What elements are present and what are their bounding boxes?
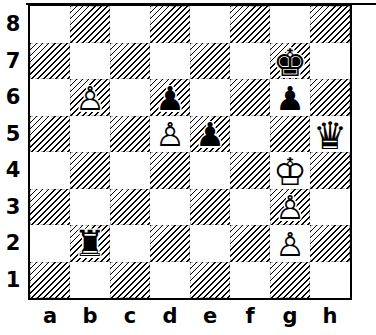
square-h5: ♛ (310, 116, 350, 153)
rank-label-7: 7 (0, 43, 26, 80)
square-b1 (70, 262, 110, 299)
square-f4 (230, 152, 270, 189)
file-label-b: b (70, 301, 110, 331)
black-queen-h5: ♛ (310, 116, 350, 153)
square-g6: ♟ (270, 79, 310, 116)
square-e8 (190, 6, 230, 43)
square-f3 (230, 189, 270, 226)
square-h7 (310, 43, 350, 80)
white-pawn-g2: ♟♙ (270, 225, 310, 262)
square-g1 (270, 262, 310, 299)
black-piece-glyph: ♚ (273, 44, 307, 82)
square-h3 (310, 189, 350, 226)
black-piece-glyph: ♟ (195, 118, 225, 151)
square-d7 (150, 43, 190, 80)
rank-label-2: 2 (0, 225, 26, 262)
file-label-h: h (310, 301, 350, 331)
black-pawn-e5: ♟ (190, 116, 230, 153)
square-g8 (270, 6, 310, 43)
square-f6 (230, 79, 270, 116)
rank-labels: 8 7 6 5 4 3 2 1 (0, 6, 26, 298)
white-pawn-g3: ♟♙ (270, 189, 310, 226)
square-d2 (150, 225, 190, 262)
square-c7 (110, 43, 150, 80)
square-f1 (230, 262, 270, 299)
square-b7 (70, 43, 110, 80)
chess-board: ♚♟♙♟♟♟♙♟♛♚♔♟♙♜♟♙ (28, 4, 352, 300)
file-label-a: a (30, 301, 70, 331)
square-h2 (310, 225, 350, 262)
file-label-e: e (190, 301, 230, 331)
white-pawn-b6: ♟♙ (70, 79, 110, 116)
black-pawn-d6: ♟ (150, 79, 190, 116)
square-g2: ♟♙ (270, 225, 310, 262)
square-b8 (70, 6, 110, 43)
white-piece-fill-glyph: ♟ (155, 118, 185, 151)
square-e1 (190, 262, 230, 299)
black-piece-glyph: ♟ (275, 82, 305, 115)
black-pawn-g6: ♟ (270, 79, 310, 116)
white-piece-outline-glyph: ♙ (75, 82, 105, 115)
square-d3 (150, 189, 190, 226)
square-a2 (30, 225, 70, 262)
white-piece-fill-glyph: ♟ (75, 82, 105, 115)
square-e2 (190, 225, 230, 262)
square-a5 (30, 116, 70, 153)
black-king-g7: ♚ (270, 43, 310, 80)
square-d6: ♟ (150, 79, 190, 116)
square-d1 (150, 262, 190, 299)
file-label-c: c (110, 301, 150, 331)
square-b6: ♟♙ (70, 79, 110, 116)
white-piece-outline-glyph: ♔ (273, 153, 307, 191)
square-b2: ♜ (70, 225, 110, 262)
rank-label-5: 5 (0, 116, 26, 153)
square-a4 (30, 152, 70, 189)
white-piece-fill-glyph: ♚ (273, 153, 307, 191)
square-e5: ♟ (190, 116, 230, 153)
square-b3 (70, 189, 110, 226)
black-piece-glyph: ♛ (313, 117, 347, 155)
square-c1 (110, 262, 150, 299)
white-piece-outline-glyph: ♙ (275, 191, 305, 224)
square-a6 (30, 79, 70, 116)
black-piece-glyph: ♟ (155, 82, 185, 115)
square-e6 (190, 79, 230, 116)
square-c3 (110, 189, 150, 226)
square-g3: ♟♙ (270, 189, 310, 226)
file-labels: a b c d e f g h (30, 301, 350, 331)
square-g7: ♚ (270, 43, 310, 80)
rank-label-3: 3 (0, 189, 26, 226)
square-c4 (110, 152, 150, 189)
rank-label-8: 8 (0, 6, 26, 43)
square-c8 (110, 6, 150, 43)
square-f5 (230, 116, 270, 153)
square-h4 (310, 152, 350, 189)
file-label-g: g (270, 301, 310, 331)
square-f2 (230, 225, 270, 262)
square-a8 (30, 6, 70, 43)
square-g5 (270, 116, 310, 153)
square-e3 (190, 189, 230, 226)
square-f7 (230, 43, 270, 80)
white-king-g4: ♚♔ (270, 152, 310, 189)
white-piece-outline-glyph: ♙ (275, 228, 305, 261)
file-label-f: f (230, 301, 270, 331)
square-b5 (70, 116, 110, 153)
white-piece-outline-glyph: ♙ (155, 118, 185, 151)
square-d4 (150, 152, 190, 189)
square-c5 (110, 116, 150, 153)
chess-diagram: 8 7 6 5 4 3 2 1 ♚♟♙♟♟♟♙♟♛♚♔♟♙♜♟♙ a b c d… (0, 0, 376, 335)
square-d5: ♟♙ (150, 116, 190, 153)
square-a1 (30, 262, 70, 299)
rank-label-4: 4 (0, 152, 26, 189)
square-b4 (70, 152, 110, 189)
white-piece-fill-glyph: ♟ (275, 191, 305, 224)
file-label-d: d (150, 301, 190, 331)
square-h1 (310, 262, 350, 299)
white-pawn-d5: ♟♙ (150, 116, 190, 153)
square-g4: ♚♔ (270, 152, 310, 189)
square-h8 (310, 6, 350, 43)
square-h6 (310, 79, 350, 116)
square-f8 (230, 6, 270, 43)
square-c2 (110, 225, 150, 262)
square-a7 (30, 43, 70, 80)
black-rook-b2: ♜ (70, 225, 110, 262)
square-d8 (150, 6, 190, 43)
square-e7 (190, 43, 230, 80)
square-a3 (30, 189, 70, 226)
square-e4 (190, 152, 230, 189)
rank-label-1: 1 (0, 262, 26, 299)
rank-label-6: 6 (0, 79, 26, 116)
square-c6 (110, 79, 150, 116)
black-piece-glyph: ♜ (74, 226, 106, 262)
white-piece-fill-glyph: ♟ (275, 228, 305, 261)
